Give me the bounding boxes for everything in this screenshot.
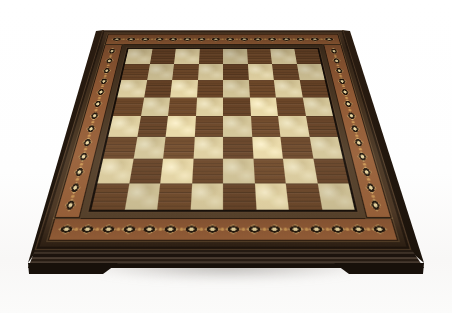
inlay-eye-motif bbox=[107, 48, 117, 55]
square-c6 bbox=[170, 80, 197, 97]
inlay-dot bbox=[91, 121, 95, 123]
inlay-eye-motif bbox=[125, 37, 137, 42]
inlay-dot bbox=[366, 228, 371, 231]
inlay-eye-motif bbox=[224, 37, 235, 42]
square-h3 bbox=[309, 136, 343, 158]
square-c2 bbox=[160, 159, 193, 183]
square-e5 bbox=[223, 97, 251, 116]
inlay-eye-motif bbox=[368, 198, 382, 211]
inlay-eye-motif bbox=[89, 111, 100, 120]
inlay-dot bbox=[221, 228, 225, 231]
inlay-eye-motif bbox=[323, 37, 335, 42]
square-g1 bbox=[286, 183, 322, 210]
inlay-eye-motif bbox=[349, 124, 361, 134]
square-c3 bbox=[163, 136, 194, 158]
square-a8 bbox=[125, 49, 152, 64]
inlay-dot bbox=[94, 109, 98, 111]
inlay-eye-motif bbox=[364, 182, 378, 194]
square-b2 bbox=[129, 159, 163, 183]
square-f6 bbox=[248, 80, 275, 97]
inlay-eye-motif bbox=[308, 224, 326, 234]
square-c5 bbox=[168, 97, 197, 116]
square-h6 bbox=[299, 80, 328, 97]
square-a2 bbox=[98, 159, 134, 183]
inlay-eye-motif bbox=[68, 182, 82, 194]
inlay-eye-motif bbox=[182, 37, 193, 42]
square-a6 bbox=[117, 80, 146, 97]
inlay-dot bbox=[104, 75, 107, 77]
inlay-eye-motif bbox=[141, 224, 158, 234]
inlay-dot bbox=[334, 55, 337, 57]
square-f7 bbox=[247, 64, 273, 80]
square-e6 bbox=[223, 80, 249, 97]
inlay-eye-motif bbox=[329, 224, 347, 234]
square-b6 bbox=[144, 80, 172, 97]
inlay-eye-motif bbox=[360, 166, 373, 178]
inlay-dot bbox=[348, 109, 352, 111]
inlay-dot bbox=[116, 228, 120, 231]
inlay-eye-motif bbox=[210, 37, 221, 42]
square-b3 bbox=[133, 136, 166, 158]
playing-grid bbox=[91, 49, 354, 210]
square-d3 bbox=[193, 136, 223, 158]
inlay-dot bbox=[367, 178, 371, 181]
square-d2 bbox=[192, 159, 223, 183]
square-f4 bbox=[251, 116, 281, 136]
square-c1 bbox=[157, 183, 191, 210]
square-d5 bbox=[196, 97, 224, 116]
inlay-eye-motif bbox=[204, 224, 220, 234]
inlay-dot bbox=[242, 228, 246, 231]
inlay-dot bbox=[137, 38, 140, 40]
inlay-dot bbox=[122, 38, 125, 40]
perspective-wrapper bbox=[76, 0, 370, 263]
inlay-dot bbox=[151, 38, 154, 40]
inlay-eye-motif bbox=[95, 88, 106, 96]
inlay-dot bbox=[345, 97, 348, 99]
inlay-dot bbox=[325, 228, 329, 231]
square-h4 bbox=[306, 116, 338, 136]
inlay-dot bbox=[250, 38, 253, 40]
square-e2 bbox=[223, 159, 254, 183]
inlay-dot bbox=[84, 148, 88, 150]
inlay-dot bbox=[263, 228, 267, 231]
square-a4 bbox=[108, 116, 140, 136]
square-d1 bbox=[190, 183, 223, 210]
square-f5 bbox=[249, 97, 278, 116]
square-g7 bbox=[272, 64, 299, 80]
inlay-eye-motif bbox=[153, 37, 165, 42]
square-f8 bbox=[247, 49, 272, 64]
inlay-dot bbox=[158, 228, 162, 231]
inlay-dot bbox=[107, 65, 110, 67]
square-c4 bbox=[166, 116, 196, 136]
inlay-eye-motif bbox=[370, 224, 389, 234]
inlay-eye-motif bbox=[329, 48, 339, 55]
inlay-dot bbox=[98, 97, 101, 99]
inlay-eye-motif bbox=[266, 224, 283, 234]
square-g3 bbox=[280, 136, 313, 158]
inlay-dot bbox=[283, 228, 287, 231]
inlay-eye-motif bbox=[104, 57, 114, 64]
inlay-eye-motif bbox=[139, 37, 151, 42]
square-g2 bbox=[283, 159, 317, 183]
inlay-eye-motif bbox=[168, 37, 179, 42]
inlay-eye-motif bbox=[332, 57, 342, 64]
inlay-dot bbox=[342, 86, 345, 88]
inlay-dot bbox=[109, 55, 112, 57]
inlay-eye-motif bbox=[99, 224, 117, 234]
inlay-dot bbox=[371, 195, 375, 198]
square-a1 bbox=[91, 183, 129, 210]
square-h5 bbox=[302, 97, 333, 116]
inlay-eye-motif bbox=[353, 137, 365, 147]
inlay-dot bbox=[179, 38, 182, 40]
square-d8 bbox=[199, 49, 223, 64]
square-h7 bbox=[296, 64, 324, 80]
inlay-eye-motif bbox=[81, 137, 93, 147]
inlay-eye-motif bbox=[295, 37, 307, 42]
square-h8 bbox=[294, 49, 321, 64]
inlay-eye-motif bbox=[99, 77, 109, 85]
square-a3 bbox=[103, 136, 137, 158]
inlay-eye-motif bbox=[111, 37, 123, 42]
inlay-dot bbox=[306, 38, 309, 40]
inlay-dot bbox=[346, 228, 350, 231]
inlay-dot bbox=[292, 38, 295, 40]
inlay-eye-motif bbox=[346, 111, 357, 120]
inlay-dot bbox=[320, 38, 323, 40]
inlay-dot bbox=[75, 228, 80, 231]
inlay-dot bbox=[278, 38, 281, 40]
square-h2 bbox=[313, 159, 349, 183]
inlay-dot bbox=[207, 38, 210, 40]
square-d4 bbox=[194, 116, 223, 136]
inlay-eye-motif bbox=[281, 37, 293, 42]
inlay-dot bbox=[200, 228, 204, 231]
square-g8 bbox=[270, 49, 296, 64]
square-b4 bbox=[137, 116, 168, 136]
inlay-eye-motif bbox=[337, 77, 347, 85]
inlay-eye-motif bbox=[356, 151, 369, 162]
inlay-dot bbox=[236, 38, 239, 40]
inlay-eye-motif bbox=[162, 224, 179, 234]
square-a7 bbox=[121, 64, 149, 80]
inlay-eye-motif bbox=[120, 224, 138, 234]
inlay-eye-motif bbox=[239, 37, 250, 42]
inlay-eye-motif bbox=[57, 224, 76, 234]
square-e7 bbox=[223, 64, 248, 80]
inlay-dot bbox=[222, 38, 225, 40]
square-g4 bbox=[278, 116, 309, 136]
inlay-eye-motif bbox=[343, 99, 354, 108]
inlay-eye-motif bbox=[92, 99, 103, 108]
inlay-dot bbox=[87, 134, 91, 136]
frame-inlay-band-top bbox=[105, 34, 341, 45]
product-photo-stage bbox=[0, 0, 452, 313]
frame-inlay-band-bottom bbox=[48, 218, 399, 241]
inlay-dot bbox=[71, 195, 75, 198]
square-f2 bbox=[253, 159, 286, 183]
inlay-eye-motif bbox=[63, 198, 77, 211]
inlay-dot bbox=[80, 163, 84, 166]
inlay-dot bbox=[264, 38, 267, 40]
inlay-eye-motif bbox=[309, 37, 321, 42]
square-d6 bbox=[197, 80, 223, 97]
inlay-eye-motif bbox=[78, 224, 96, 234]
square-b1 bbox=[124, 183, 160, 210]
square-e8 bbox=[223, 49, 247, 64]
inlay-eye-motif bbox=[73, 166, 86, 178]
inlay-dot bbox=[101, 86, 104, 88]
inlay-eye-motif bbox=[349, 224, 367, 234]
inlay-dot bbox=[165, 38, 168, 40]
inlay-eye-motif bbox=[85, 124, 97, 134]
inlay-dot bbox=[351, 121, 355, 123]
inlay-dot bbox=[179, 228, 183, 231]
square-f1 bbox=[254, 183, 288, 210]
inlay-eye-motif bbox=[77, 151, 90, 162]
square-d7 bbox=[198, 64, 223, 80]
square-g5 bbox=[276, 97, 306, 116]
inlay-eye-motif bbox=[225, 224, 241, 234]
inlay-eye-motif bbox=[102, 67, 112, 75]
inlay-dot bbox=[96, 228, 100, 231]
square-g6 bbox=[274, 80, 302, 97]
square-b8 bbox=[150, 49, 176, 64]
inlay-eye-motif bbox=[246, 224, 263, 234]
square-f3 bbox=[252, 136, 283, 158]
chess-board bbox=[35, 30, 412, 250]
square-h1 bbox=[317, 183, 355, 210]
inlay-eye-motif bbox=[287, 224, 304, 234]
square-b5 bbox=[141, 97, 171, 116]
inlay-eye-motif bbox=[253, 37, 264, 42]
square-a5 bbox=[113, 97, 144, 116]
inlay-eye-motif bbox=[267, 37, 278, 42]
inlay-dot bbox=[355, 134, 359, 136]
inlay-dot bbox=[304, 228, 308, 231]
square-e4 bbox=[223, 116, 252, 136]
inlay-dot bbox=[137, 228, 141, 231]
inlay-eye-motif bbox=[334, 67, 344, 75]
inlay-dot bbox=[339, 75, 342, 77]
inlay-dot bbox=[359, 148, 363, 150]
square-c7 bbox=[172, 64, 198, 80]
inlay-dot bbox=[75, 178, 79, 181]
inlay-dot bbox=[193, 38, 196, 40]
square-e1 bbox=[223, 183, 256, 210]
square-b7 bbox=[147, 64, 174, 80]
square-e3 bbox=[223, 136, 253, 158]
inlay-dot bbox=[362, 163, 366, 166]
inlay-eye-motif bbox=[340, 88, 351, 96]
inlay-eye-motif bbox=[183, 224, 200, 234]
inlay-eye-motif bbox=[196, 37, 207, 42]
square-c8 bbox=[174, 49, 199, 64]
inlay-dot bbox=[336, 65, 339, 67]
